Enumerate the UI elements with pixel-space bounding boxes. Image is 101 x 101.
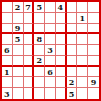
sudoku-cell-r8c1[interactable]	[2, 77, 13, 88]
sudoku-cell-r6c3[interactable]	[24, 56, 35, 67]
sudoku-cell-r8c4[interactable]	[34, 77, 45, 88]
sudoku-cell-r7c5[interactable]: 6	[45, 67, 56, 78]
sudoku-cell-r1c6[interactable]: 4	[56, 2, 67, 13]
sudoku-cell-r6c5[interactable]	[45, 56, 56, 67]
sudoku-cell-r9c7[interactable]: 5	[67, 88, 78, 99]
sudoku-cell-r6c2[interactable]	[13, 56, 24, 67]
sudoku-cell-r2c1[interactable]	[2, 13, 13, 24]
sudoku-cell-r4c9[interactable]	[88, 34, 99, 45]
sudoku-cell-r6c9[interactable]	[88, 56, 99, 67]
sudoku-cell-r4c3[interactable]	[24, 34, 35, 45]
sudoku-cell-r3c1[interactable]	[2, 24, 13, 35]
sudoku-cell-r7c2[interactable]	[13, 67, 24, 78]
sudoku-cell-r3c9[interactable]	[88, 24, 99, 35]
sudoku-cell-r7c4[interactable]	[34, 67, 45, 78]
sudoku-cell-r9c9[interactable]	[88, 88, 99, 99]
sudoku-cell-r9c3[interactable]	[24, 88, 35, 99]
sudoku-cell-r6c8[interactable]	[77, 56, 88, 67]
sudoku-cell-r7c6[interactable]	[56, 67, 67, 78]
sudoku-cell-r9c2[interactable]	[13, 88, 24, 99]
sudoku-cell-r5c8[interactable]	[77, 45, 88, 56]
sudoku-cell-r3c6[interactable]	[56, 24, 67, 35]
sudoku-cell-r4c2[interactable]: 5	[13, 34, 24, 45]
sudoku-cell-r8c6[interactable]	[56, 77, 67, 88]
sudoku-cell-r8c7[interactable]: 2	[67, 77, 78, 88]
sudoku-cell-r2c2[interactable]	[13, 13, 24, 24]
sudoku-cell-r8c9[interactable]: 9	[88, 77, 99, 88]
sudoku-cell-r9c6[interactable]	[56, 88, 67, 99]
sudoku-cell-r7c1[interactable]: 1	[2, 67, 13, 78]
sudoku-cell-r5c9[interactable]	[88, 45, 99, 56]
sudoku-cell-r2c4[interactable]	[34, 13, 45, 24]
sudoku-cell-r9c1[interactable]: 3	[2, 88, 13, 99]
sudoku-cell-r5c5[interactable]: 3	[45, 45, 56, 56]
sudoku-cell-r6c1[interactable]	[2, 56, 13, 67]
sudoku-cell-r1c5[interactable]	[45, 2, 56, 13]
sudoku-cell-r4c1[interactable]	[2, 34, 13, 45]
sudoku-cell-r7c9[interactable]	[88, 67, 99, 78]
sudoku-cell-r6c6[interactable]	[56, 56, 67, 67]
sudoku-cell-r3c8[interactable]	[77, 24, 88, 35]
sudoku-cell-r9c8[interactable]	[77, 88, 88, 99]
sudoku-cell-r7c8[interactable]	[77, 67, 88, 78]
sudoku-cell-r9c4[interactable]	[34, 88, 45, 99]
sudoku-cell-r1c9[interactable]	[88, 2, 99, 13]
sudoku-cell-r5c1[interactable]: 6	[2, 45, 13, 56]
sudoku-cell-r4c4[interactable]: 8	[34, 34, 45, 45]
sudoku-cell-r1c3[interactable]: 7	[24, 2, 35, 13]
sudoku-cell-r5c4[interactable]	[34, 45, 45, 56]
sudoku-cell-r8c2[interactable]	[13, 77, 24, 88]
sudoku-cell-r2c5[interactable]	[45, 13, 56, 24]
sudoku-cell-r4c7[interactable]	[67, 34, 78, 45]
sudoku-cell-r2c3[interactable]	[24, 13, 35, 24]
sudoku-cell-r7c7[interactable]	[67, 67, 78, 78]
sudoku-cell-r2c8[interactable]: 1	[77, 13, 88, 24]
sudoku-cell-r1c4[interactable]: 5	[34, 2, 45, 13]
sudoku-cell-r2c9[interactable]	[88, 13, 99, 24]
sudoku-cell-r7c3[interactable]	[24, 67, 35, 78]
sudoku-cell-r4c8[interactable]	[77, 34, 88, 45]
sudoku-cell-r5c2[interactable]	[13, 45, 24, 56]
sudoku-cell-r1c1[interactable]	[2, 2, 13, 13]
sudoku-cell-r6c7[interactable]	[67, 56, 78, 67]
sudoku-cell-r4c6[interactable]	[56, 34, 67, 45]
sudoku-cell-r6c4[interactable]: 2	[34, 56, 45, 67]
sudoku-cell-r2c7[interactable]	[67, 13, 78, 24]
sudoku-cell-r8c3[interactable]	[24, 77, 35, 88]
sudoku-cell-r1c2[interactable]: 2	[13, 2, 24, 13]
sudoku-cell-r5c6[interactable]	[56, 45, 67, 56]
sudoku-cell-r4c5[interactable]	[45, 34, 56, 45]
sudoku-cell-r8c8[interactable]	[77, 77, 88, 88]
sudoku-cell-r3c5[interactable]	[45, 24, 56, 35]
sudoku-cell-r9c5[interactable]	[45, 88, 56, 99]
sudoku-board: 27541958632162935	[0, 0, 101, 101]
sudoku-cell-r5c7[interactable]	[67, 45, 78, 56]
sudoku-cell-r2c6[interactable]	[56, 13, 67, 24]
sudoku-cell-r5c3[interactable]	[24, 45, 35, 56]
sudoku-cell-r3c7[interactable]	[67, 24, 78, 35]
sudoku-cell-r3c3[interactable]	[24, 24, 35, 35]
sudoku-cell-r3c2[interactable]: 9	[13, 24, 24, 35]
sudoku-cell-r3c4[interactable]	[34, 24, 45, 35]
sudoku-cell-r1c7[interactable]	[67, 2, 78, 13]
sudoku-cell-r8c5[interactable]	[45, 77, 56, 88]
sudoku-cell-r1c8[interactable]	[77, 2, 88, 13]
